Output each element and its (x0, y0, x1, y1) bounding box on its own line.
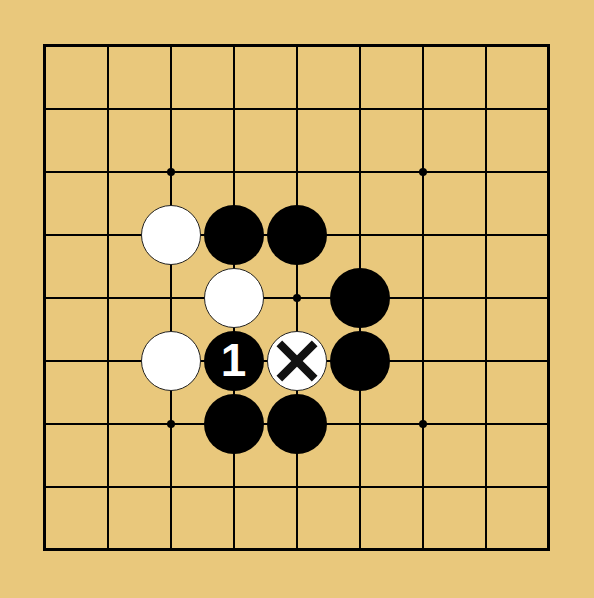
intersection-A9[interactable] (13, 14, 76, 77)
intersection-E1[interactable] (265, 518, 328, 581)
intersection-A8[interactable] (13, 77, 76, 140)
intersection-H1[interactable] (454, 518, 517, 581)
intersection-H7[interactable] (454, 140, 517, 203)
intersection-J2[interactable] (517, 455, 580, 518)
white-stone-E4[interactable] (267, 331, 327, 391)
intersection-C1[interactable] (139, 518, 202, 581)
intersection-A3[interactable] (13, 392, 76, 455)
white-stone-D5[interactable] (204, 268, 264, 328)
intersection-D2[interactable] (202, 455, 265, 518)
intersection-D7[interactable] (202, 140, 265, 203)
intersection-E8[interactable] (265, 77, 328, 140)
intersection-C3[interactable] (139, 392, 202, 455)
intersection-E7[interactable] (265, 140, 328, 203)
intersection-D5[interactable] (202, 266, 265, 329)
go-diagram: 1 (0, 0, 594, 598)
black-stone-D4[interactable]: 1 (204, 331, 264, 391)
intersection-G7[interactable] (391, 140, 454, 203)
intersection-C8[interactable] (139, 77, 202, 140)
intersection-H9[interactable] (454, 14, 517, 77)
intersection-B3[interactable] (76, 392, 139, 455)
intersection-G1[interactable] (391, 518, 454, 581)
intersection-B4[interactable] (76, 329, 139, 392)
move-number-label: 1 (221, 337, 247, 383)
intersection-J6[interactable] (517, 203, 580, 266)
intersection-A1[interactable] (13, 518, 76, 581)
intersection-C6[interactable] (139, 203, 202, 266)
intersection-A4[interactable] (13, 329, 76, 392)
intersection-G5[interactable] (391, 266, 454, 329)
intersection-J3[interactable] (517, 392, 580, 455)
black-stone-D6[interactable] (204, 205, 264, 265)
intersection-B5[interactable] (76, 266, 139, 329)
intersection-E3[interactable] (265, 392, 328, 455)
black-stone-D3[interactable] (204, 394, 264, 454)
intersection-C7[interactable] (139, 140, 202, 203)
intersection-D3[interactable] (202, 392, 265, 455)
intersection-A5[interactable] (13, 266, 76, 329)
white-stone-C6[interactable] (141, 205, 201, 265)
intersection-D9[interactable] (202, 14, 265, 77)
intersection-E6[interactable] (265, 203, 328, 266)
intersection-C2[interactable] (139, 455, 202, 518)
intersection-B6[interactable] (76, 203, 139, 266)
star-point (167, 168, 175, 176)
intersection-C9[interactable] (139, 14, 202, 77)
black-stone-E6[interactable] (267, 205, 327, 265)
intersection-G8[interactable] (391, 77, 454, 140)
x-marker-icon (275, 339, 319, 383)
intersection-A7[interactable] (13, 140, 76, 203)
intersection-C4[interactable] (139, 329, 202, 392)
intersection-E9[interactable] (265, 14, 328, 77)
black-stone-F5[interactable] (330, 268, 390, 328)
intersection-J4[interactable] (517, 329, 580, 392)
intersection-B2[interactable] (76, 455, 139, 518)
intersection-H3[interactable] (454, 392, 517, 455)
intersection-J1[interactable] (517, 518, 580, 581)
star-point (167, 420, 175, 428)
intersection-B9[interactable] (76, 14, 139, 77)
intersection-G2[interactable] (391, 455, 454, 518)
intersection-H2[interactable] (454, 455, 517, 518)
intersection-F8[interactable] (328, 77, 391, 140)
intersection-F3[interactable] (328, 392, 391, 455)
intersection-D6[interactable] (202, 203, 265, 266)
intersection-B7[interactable] (76, 140, 139, 203)
intersection-J8[interactable] (517, 77, 580, 140)
intersection-E5[interactable] (265, 266, 328, 329)
intersection-G9[interactable] (391, 14, 454, 77)
intersection-F2[interactable] (328, 455, 391, 518)
intersection-G3[interactable] (391, 392, 454, 455)
intersection-J5[interactable] (517, 266, 580, 329)
intersection-J7[interactable] (517, 140, 580, 203)
intersection-D1[interactable] (202, 518, 265, 581)
star-point (419, 168, 427, 176)
intersection-F5[interactable] (328, 266, 391, 329)
intersection-J9[interactable] (517, 14, 580, 77)
intersection-F9[interactable] (328, 14, 391, 77)
intersection-B8[interactable] (76, 77, 139, 140)
intersection-H6[interactable] (454, 203, 517, 266)
intersection-B1[interactable] (76, 518, 139, 581)
intersection-H5[interactable] (454, 266, 517, 329)
intersection-A6[interactable] (13, 203, 76, 266)
intersection-D8[interactable] (202, 77, 265, 140)
black-stone-F4[interactable] (330, 331, 390, 391)
intersection-G4[interactable] (391, 329, 454, 392)
intersection-E2[interactable] (265, 455, 328, 518)
intersection-D4[interactable]: 1 (202, 329, 265, 392)
star-point (419, 420, 427, 428)
intersection-F6[interactable] (328, 203, 391, 266)
intersection-F7[interactable] (328, 140, 391, 203)
intersection-G6[interactable] (391, 203, 454, 266)
intersection-H4[interactable] (454, 329, 517, 392)
intersection-A2[interactable] (13, 455, 76, 518)
intersection-F4[interactable] (328, 329, 391, 392)
go-board: 1 (13, 14, 580, 581)
intersection-E4[interactable] (265, 329, 328, 392)
white-stone-C4[interactable] (141, 331, 201, 391)
intersection-F1[interactable] (328, 518, 391, 581)
intersection-H8[interactable] (454, 77, 517, 140)
star-point (293, 294, 301, 302)
intersection-C5[interactable] (139, 266, 202, 329)
black-stone-E3[interactable] (267, 394, 327, 454)
